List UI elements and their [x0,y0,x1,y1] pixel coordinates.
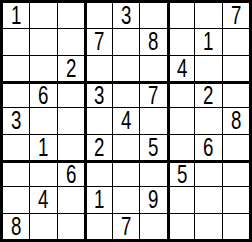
given-digit: 8 [11,214,21,239]
cell-r3c1[interactable] [3,56,29,81]
cell-r9c9[interactable] [223,214,249,239]
cell-r1c7[interactable] [168,3,194,28]
cell-r4c1[interactable] [3,82,29,107]
cell-r4c3[interactable] [58,82,84,107]
given-digit: 1 [11,3,21,28]
cell-r5c8[interactable] [195,108,221,133]
given-digit: 5 [177,161,187,186]
cell-r9c8[interactable] [195,214,221,239]
cell-r1c2[interactable] [30,3,56,28]
cell-r2c4[interactable]: 7 [85,29,111,54]
cell-r7c3[interactable]: 6 [58,161,84,186]
cell-r9c3[interactable] [58,214,84,239]
cell-r3c6[interactable] [140,56,166,81]
cell-r1c4[interactable] [85,3,111,28]
given-digit: 4 [121,108,131,133]
given-digit: 9 [148,187,158,212]
cell-r8c8[interactable] [195,187,221,212]
cell-r8c1[interactable] [3,187,29,212]
given-digit: 6 [66,161,76,186]
given-digit: 7 [121,214,131,239]
cell-r5c3[interactable] [58,108,84,133]
cell-r3c9[interactable] [223,56,249,81]
cell-r9c4[interactable] [85,214,111,239]
sudoku-board: 13778124637234812566541987 [0,0,252,242]
cell-r4c5[interactable] [113,82,139,107]
cell-r8c3[interactable] [58,187,84,212]
cell-r5c1[interactable]: 3 [3,108,29,133]
cell-r1c8[interactable] [195,3,221,28]
cell-r6c1[interactable] [3,135,29,160]
cell-r4c8[interactable]: 2 [195,82,221,107]
cell-r4c6[interactable]: 7 [140,82,166,107]
cell-r7c7[interactable]: 5 [168,161,194,186]
cell-r6c8[interactable]: 6 [195,135,221,160]
cell-r7c8[interactable] [195,161,221,186]
cell-r3c8[interactable] [195,56,221,81]
cell-r7c4[interactable] [85,161,111,186]
cell-r8c2[interactable]: 4 [30,187,56,212]
given-digit: 3 [11,108,21,133]
cell-r7c9[interactable] [223,161,249,186]
cell-r5c4[interactable] [85,108,111,133]
cell-r1c3[interactable] [58,3,84,28]
cell-r3c3[interactable]: 2 [58,56,84,81]
cell-r6c3[interactable] [58,135,84,160]
given-digit: 2 [94,135,104,160]
given-digit: 1 [203,29,213,54]
cell-r8c5[interactable] [113,187,139,212]
given-digit: 1 [94,187,104,212]
cell-r2c1[interactable] [3,29,29,54]
cell-r7c1[interactable] [3,161,29,186]
cell-r8c9[interactable] [223,187,249,212]
cell-r8c4[interactable]: 1 [85,187,111,212]
cell-r5c5[interactable]: 4 [113,108,139,133]
cell-r9c6[interactable] [140,214,166,239]
cell-r2c5[interactable] [113,29,139,54]
cell-r4c9[interactable] [223,82,249,107]
given-digit: 2 [66,56,76,81]
given-digit: 2 [203,82,213,107]
cell-r9c2[interactable] [30,214,56,239]
cell-r9c7[interactable] [168,214,194,239]
cell-r6c7[interactable] [168,135,194,160]
cell-r9c5[interactable]: 7 [113,214,139,239]
given-digit: 5 [148,135,158,160]
cell-r8c7[interactable] [168,187,194,212]
cell-r1c1[interactable]: 1 [3,3,29,28]
cell-r5c6[interactable] [140,108,166,133]
cell-r2c2[interactable] [30,29,56,54]
cell-r4c2[interactable]: 6 [30,82,56,107]
given-digit: 7 [148,82,158,107]
cell-r4c7[interactable] [168,82,194,107]
given-digit: 8 [148,29,158,54]
given-digit: 1 [38,135,48,160]
cell-r1c9[interactable]: 7 [223,3,249,28]
cell-r6c2[interactable]: 1 [30,135,56,160]
given-digit: 3 [94,82,104,107]
cell-r2c9[interactable] [223,29,249,54]
cell-r7c5[interactable] [113,161,139,186]
cell-r5c2[interactable] [30,108,56,133]
cell-r2c8[interactable]: 1 [195,29,221,54]
cell-r6c5[interactable] [113,135,139,160]
cell-r8c6[interactable]: 9 [140,187,166,212]
cell-r1c5[interactable]: 3 [113,3,139,28]
given-digit: 3 [121,3,131,28]
cell-r7c6[interactable] [140,161,166,186]
given-digit: 7 [231,3,241,28]
cell-r3c5[interactable] [113,56,139,81]
given-digit: 6 [203,135,213,160]
given-digit: 4 [177,56,187,81]
cell-r5c7[interactable] [168,108,194,133]
cell-r3c2[interactable] [30,56,56,81]
given-digit: 6 [38,82,48,107]
cell-r5c9[interactable]: 8 [223,108,249,133]
cell-r2c6[interactable]: 8 [140,29,166,54]
cell-r9c1[interactable]: 8 [3,214,29,239]
given-digit: 8 [231,108,241,133]
cell-r7c2[interactable] [30,161,56,186]
cell-r6c6[interactable]: 5 [140,135,166,160]
given-digit: 4 [38,187,48,212]
cell-r3c7[interactable]: 4 [168,56,194,81]
cell-r3c4[interactable] [85,56,111,81]
cell-r6c9[interactable] [223,135,249,160]
cell-r1c6[interactable] [140,3,166,28]
cell-r2c7[interactable] [168,29,194,54]
cell-r4c4[interactable]: 3 [85,82,111,107]
cell-r2c3[interactable] [58,29,84,54]
given-digit: 7 [94,29,104,54]
cell-r6c4[interactable]: 2 [85,135,111,160]
